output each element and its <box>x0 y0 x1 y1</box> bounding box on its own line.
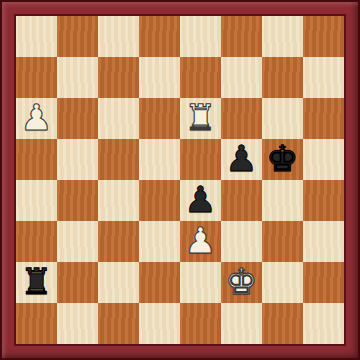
square-h6[interactable] <box>303 98 344 139</box>
square-b7[interactable] <box>57 57 98 98</box>
square-c2[interactable] <box>98 262 139 303</box>
square-e4[interactable]: ♟ <box>180 180 221 221</box>
square-g5[interactable]: ♚ <box>262 139 303 180</box>
square-d3[interactable] <box>139 221 180 262</box>
piece-white-pawn[interactable]: ♟ <box>184 223 216 259</box>
square-c3[interactable] <box>98 221 139 262</box>
square-h1[interactable] <box>303 303 344 344</box>
square-g4[interactable] <box>262 180 303 221</box>
square-h4[interactable] <box>303 180 344 221</box>
piece-black-king[interactable]: ♚ <box>266 141 298 177</box>
square-a7[interactable] <box>16 57 57 98</box>
square-g7[interactable] <box>262 57 303 98</box>
square-c8[interactable] <box>98 16 139 57</box>
square-b1[interactable] <box>57 303 98 344</box>
piece-white-pawn[interactable]: ♟ <box>20 100 52 136</box>
square-d2[interactable] <box>139 262 180 303</box>
square-a8[interactable] <box>16 16 57 57</box>
square-f4[interactable] <box>221 180 262 221</box>
piece-white-rook[interactable]: ♜ <box>184 100 216 136</box>
square-a4[interactable] <box>16 180 57 221</box>
square-f2[interactable]: ♚ <box>221 262 262 303</box>
square-a2[interactable]: ♜ <box>16 262 57 303</box>
square-c6[interactable] <box>98 98 139 139</box>
square-e2[interactable] <box>180 262 221 303</box>
square-g3[interactable] <box>262 221 303 262</box>
square-c4[interactable] <box>98 180 139 221</box>
piece-black-pawn[interactable]: ♟ <box>184 182 216 218</box>
square-d7[interactable] <box>139 57 180 98</box>
square-a6[interactable]: ♟ <box>16 98 57 139</box>
piece-white-king[interactable]: ♚ <box>225 264 257 300</box>
square-f1[interactable] <box>221 303 262 344</box>
board-frame: ♟♜♟♚♟♟♜♚ <box>0 0 360 360</box>
square-a5[interactable] <box>16 139 57 180</box>
square-a3[interactable] <box>16 221 57 262</box>
chess-board: ♟♜♟♚♟♟♜♚ <box>14 14 346 346</box>
square-d5[interactable] <box>139 139 180 180</box>
square-c5[interactable] <box>98 139 139 180</box>
square-f7[interactable] <box>221 57 262 98</box>
square-d1[interactable] <box>139 303 180 344</box>
square-d6[interactable] <box>139 98 180 139</box>
square-h5[interactable] <box>303 139 344 180</box>
square-e3[interactable]: ♟ <box>180 221 221 262</box>
square-g2[interactable] <box>262 262 303 303</box>
square-f3[interactable] <box>221 221 262 262</box>
square-a1[interactable] <box>16 303 57 344</box>
square-h7[interactable] <box>303 57 344 98</box>
square-b8[interactable] <box>57 16 98 57</box>
square-g6[interactable] <box>262 98 303 139</box>
square-b3[interactable] <box>57 221 98 262</box>
square-e5[interactable] <box>180 139 221 180</box>
square-f8[interactable] <box>221 16 262 57</box>
square-e6[interactable]: ♜ <box>180 98 221 139</box>
square-b4[interactable] <box>57 180 98 221</box>
square-g8[interactable] <box>262 16 303 57</box>
square-g1[interactable] <box>262 303 303 344</box>
square-h8[interactable] <box>303 16 344 57</box>
square-c7[interactable] <box>98 57 139 98</box>
square-c1[interactable] <box>98 303 139 344</box>
square-h2[interactable] <box>303 262 344 303</box>
square-e1[interactable] <box>180 303 221 344</box>
square-f5[interactable]: ♟ <box>221 139 262 180</box>
square-e7[interactable] <box>180 57 221 98</box>
piece-black-rook[interactable]: ♜ <box>20 264 52 300</box>
square-e8[interactable] <box>180 16 221 57</box>
square-b2[interactable] <box>57 262 98 303</box>
piece-black-pawn[interactable]: ♟ <box>225 141 257 177</box>
square-b6[interactable] <box>57 98 98 139</box>
square-h3[interactable] <box>303 221 344 262</box>
square-b5[interactable] <box>57 139 98 180</box>
square-f6[interactable] <box>221 98 262 139</box>
square-d8[interactable] <box>139 16 180 57</box>
square-d4[interactable] <box>139 180 180 221</box>
